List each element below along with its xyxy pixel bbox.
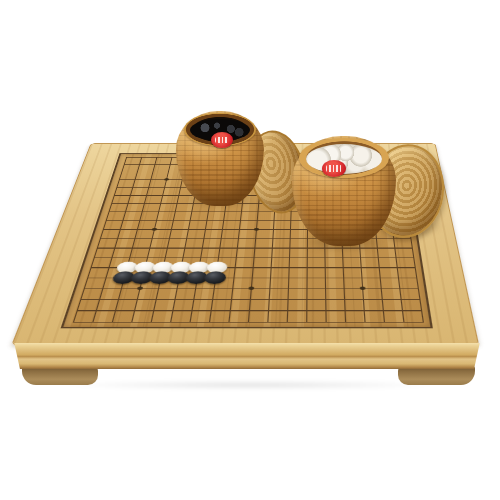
- star-point: [359, 287, 365, 290]
- white-stones-label: [322, 160, 346, 177]
- board-front-edge: [10, 343, 484, 369]
- star-point: [164, 178, 169, 180]
- white-stones-bowl: [292, 136, 396, 246]
- product-photo-scene: [0, 0, 500, 500]
- black-stones-bowl: [176, 111, 264, 206]
- star-point: [248, 287, 254, 290]
- star-point: [136, 287, 142, 290]
- board-perspective-wrapper: [0, 0, 500, 500]
- star-point: [151, 228, 157, 231]
- black-stones-label: [211, 132, 233, 148]
- star-point: [253, 228, 258, 231]
